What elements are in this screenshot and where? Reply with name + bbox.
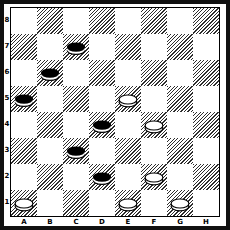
piece-white-man[interactable] — [117, 92, 139, 108]
square-b2[interactable] — [37, 164, 63, 190]
square-e2[interactable] — [115, 164, 141, 190]
board — [10, 7, 220, 217]
square-g6[interactable] — [167, 60, 193, 86]
square-d8[interactable] — [89, 8, 115, 34]
square-h5[interactable] — [193, 86, 219, 112]
square-b1[interactable] — [37, 190, 63, 216]
square-f5[interactable] — [141, 86, 167, 112]
square-a4[interactable] — [11, 112, 37, 138]
square-b7[interactable] — [37, 34, 63, 60]
piece-white-man[interactable] — [13, 196, 35, 212]
square-c2[interactable] — [63, 164, 89, 190]
diagram-frame: 87654321 ABCDEFGH — [0, 0, 230, 230]
square-f7[interactable] — [141, 34, 167, 60]
square-a3[interactable] — [11, 138, 37, 164]
square-d3[interactable] — [89, 138, 115, 164]
square-c5[interactable] — [63, 86, 89, 112]
rank-label-7: 7 — [4, 42, 10, 50]
square-b6[interactable] — [37, 60, 63, 86]
square-d2[interactable] — [89, 164, 115, 190]
square-b4[interactable] — [37, 112, 63, 138]
square-d7[interactable] — [89, 34, 115, 60]
rank-label-4: 4 — [4, 120, 10, 128]
square-a8[interactable] — [11, 8, 37, 34]
square-a7[interactable] — [11, 34, 37, 60]
rank-label-2: 2 — [4, 172, 10, 180]
square-c1[interactable] — [63, 190, 89, 216]
square-h1[interactable] — [193, 190, 219, 216]
piece-black-man[interactable] — [65, 144, 87, 160]
square-g3[interactable] — [167, 138, 193, 164]
file-label-e: E — [115, 218, 141, 226]
square-g2[interactable] — [167, 164, 193, 190]
square-g1[interactable] — [167, 190, 193, 216]
file-label-d: D — [89, 218, 115, 226]
square-f8[interactable] — [141, 8, 167, 34]
square-h2[interactable] — [193, 164, 219, 190]
square-g7[interactable] — [167, 34, 193, 60]
square-a6[interactable] — [11, 60, 37, 86]
file-label-c: C — [63, 218, 89, 226]
piece-white-man[interactable] — [143, 170, 165, 186]
square-f2[interactable] — [141, 164, 167, 190]
square-d1[interactable] — [89, 190, 115, 216]
square-e8[interactable] — [115, 8, 141, 34]
piece-black-man[interactable] — [65, 40, 87, 56]
square-b3[interactable] — [37, 138, 63, 164]
piece-black-man[interactable] — [91, 170, 113, 186]
square-h7[interactable] — [193, 34, 219, 60]
square-d4[interactable] — [89, 112, 115, 138]
square-b5[interactable] — [37, 86, 63, 112]
piece-black-man[interactable] — [13, 92, 35, 108]
square-f4[interactable] — [141, 112, 167, 138]
rank-label-5: 5 — [4, 94, 10, 102]
piece-black-man[interactable] — [39, 66, 61, 82]
square-h8[interactable] — [193, 8, 219, 34]
square-e5[interactable] — [115, 86, 141, 112]
file-label-b: B — [37, 218, 63, 226]
square-h4[interactable] — [193, 112, 219, 138]
square-e4[interactable] — [115, 112, 141, 138]
square-c3[interactable] — [63, 138, 89, 164]
square-h3[interactable] — [193, 138, 219, 164]
square-d6[interactable] — [89, 60, 115, 86]
square-g8[interactable] — [167, 8, 193, 34]
square-e3[interactable] — [115, 138, 141, 164]
square-f3[interactable] — [141, 138, 167, 164]
square-d5[interactable] — [89, 86, 115, 112]
square-e1[interactable] — [115, 190, 141, 216]
file-label-g: G — [167, 218, 193, 226]
square-g4[interactable] — [167, 112, 193, 138]
square-f1[interactable] — [141, 190, 167, 216]
file-label-f: F — [141, 218, 167, 226]
square-e7[interactable] — [115, 34, 141, 60]
piece-white-man[interactable] — [169, 196, 191, 212]
piece-black-man[interactable] — [91, 118, 113, 134]
square-b8[interactable] — [37, 8, 63, 34]
square-h6[interactable] — [193, 60, 219, 86]
square-c4[interactable] — [63, 112, 89, 138]
rank-label-1: 1 — [4, 198, 10, 206]
square-g5[interactable] — [167, 86, 193, 112]
file-label-h: H — [193, 218, 219, 226]
file-label-a: A — [11, 218, 37, 226]
rank-label-6: 6 — [4, 68, 10, 76]
rank-label-3: 3 — [4, 146, 10, 154]
piece-white-man[interactable] — [143, 118, 165, 134]
rank-label-8: 8 — [4, 16, 10, 24]
square-c6[interactable] — [63, 60, 89, 86]
square-a5[interactable] — [11, 86, 37, 112]
square-c8[interactable] — [63, 8, 89, 34]
square-a1[interactable] — [11, 190, 37, 216]
piece-white-man[interactable] — [117, 196, 139, 212]
square-e6[interactable] — [115, 60, 141, 86]
square-f6[interactable] — [141, 60, 167, 86]
square-c7[interactable] — [63, 34, 89, 60]
square-a2[interactable] — [11, 164, 37, 190]
